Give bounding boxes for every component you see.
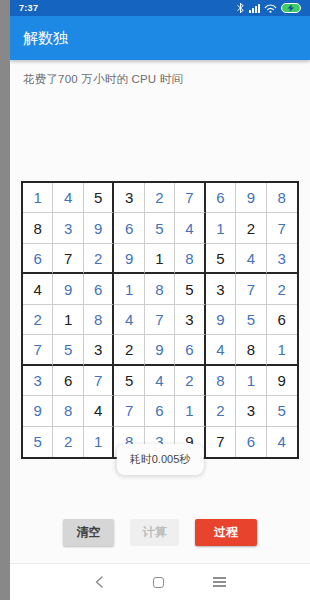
sudoku-cell-r1c9[interactable]: 8 <box>267 183 297 213</box>
sudoku-cell-r7c3[interactable]: 7 <box>84 366 114 396</box>
sudoku-cell-r1c1[interactable]: 1 <box>23 183 53 213</box>
sudoku-cell-r4c5[interactable]: 8 <box>145 274 175 304</box>
sudoku-cell-r3c9[interactable]: 3 <box>267 244 297 274</box>
sudoku-cell-r8c9[interactable]: 5 <box>267 396 297 426</box>
sudoku-cell-r8c6[interactable]: 1 <box>175 396 205 426</box>
sudoku-cell-r1c6[interactable]: 7 <box>175 183 205 213</box>
sudoku-cell-r5c4[interactable]: 4 <box>114 305 144 335</box>
sudoku-cell-r7c2[interactable]: 6 <box>53 366 83 396</box>
sudoku-cell-r1c7[interactable]: 6 <box>206 183 236 213</box>
sudoku-cell-r1c8[interactable]: 9 <box>236 183 266 213</box>
status-icons <box>236 2 301 14</box>
toast-text: 耗时0.005秒 <box>130 453 191 465</box>
sudoku-cell-r5c9[interactable]: 6 <box>267 305 297 335</box>
calculate-button[interactable]: 计算 <box>130 519 179 546</box>
sudoku-cell-r3c2[interactable]: 7 <box>53 244 83 274</box>
sudoku-cell-r7c7[interactable]: 8 <box>206 366 236 396</box>
sudoku-cell-r9c8[interactable]: 6 <box>236 427 266 457</box>
sudoku-cell-r9c2[interactable]: 2 <box>53 427 83 457</box>
page-title: 解数独 <box>23 29 68 48</box>
sudoku-cell-r6c3[interactable]: 3 <box>84 335 114 365</box>
sudoku-cell-r5c7[interactable]: 9 <box>206 305 236 335</box>
bluetooth-icon <box>236 2 245 14</box>
sudoku-cell-r8c5[interactable]: 6 <box>145 396 175 426</box>
cpu-time-text: 花费了700 万小时的 CPU 时间 <box>23 72 183 87</box>
sudoku-cell-r4c3[interactable]: 6 <box>84 274 114 304</box>
sudoku-cell-r6c4[interactable]: 2 <box>114 335 144 365</box>
sudoku-cell-r1c2[interactable]: 4 <box>53 183 83 213</box>
sudoku-cell-r3c6[interactable]: 8 <box>175 244 205 274</box>
sudoku-cell-r1c5[interactable]: 2 <box>145 183 175 213</box>
sudoku-cell-r5c8[interactable]: 5 <box>236 305 266 335</box>
sudoku-cell-r9c1[interactable]: 5 <box>23 427 53 457</box>
wifi-icon <box>264 3 277 13</box>
sudoku-cell-r2c3[interactable]: 9 <box>84 213 114 243</box>
navigation-bar <box>10 563 310 600</box>
sudoku-cell-r2c4[interactable]: 6 <box>114 213 144 243</box>
sudoku-cell-r3c4[interactable]: 9 <box>114 244 144 274</box>
sudoku-cell-r5c3[interactable]: 8 <box>84 305 114 335</box>
sudoku-cell-r3c5[interactable]: 1 <box>145 244 175 274</box>
sudoku-cell-r2c7[interactable]: 1 <box>206 213 236 243</box>
back-icon[interactable] <box>94 575 104 589</box>
sudoku-cell-r4c9[interactable]: 2 <box>267 274 297 304</box>
sudoku-cell-r3c3[interactable]: 2 <box>84 244 114 274</box>
sudoku-cell-r6c2[interactable]: 5 <box>53 335 83 365</box>
sudoku-cell-r4c4[interactable]: 1 <box>114 274 144 304</box>
sudoku-cell-r7c1[interactable]: 3 <box>23 366 53 396</box>
home-icon[interactable] <box>153 577 164 588</box>
sudoku-cell-r4c2[interactable]: 9 <box>53 274 83 304</box>
sudoku-cell-r6c8[interactable]: 8 <box>236 335 266 365</box>
sudoku-cell-r3c1[interactable]: 6 <box>23 244 53 274</box>
sudoku-cell-r3c7[interactable]: 5 <box>206 244 236 274</box>
sudoku-cell-r8c1[interactable]: 9 <box>23 396 53 426</box>
sudoku-cell-r4c6[interactable]: 5 <box>175 274 205 304</box>
sudoku-cell-r4c7[interactable]: 3 <box>206 274 236 304</box>
sudoku-cell-r8c7[interactable]: 2 <box>206 396 236 426</box>
phone-screen: 7:37 解数独 花费了700 万小时的 CPU 时间 145327698839… <box>10 0 310 600</box>
sudoku-cell-r6c5[interactable]: 9 <box>145 335 175 365</box>
sudoku-cell-r2c2[interactable]: 3 <box>53 213 83 243</box>
battery-charging-icon <box>281 3 301 13</box>
sudoku-cell-r4c1[interactable]: 4 <box>23 274 53 304</box>
sudoku-grid: 1453276988396541276729185434961853722184… <box>21 181 299 459</box>
process-button[interactable]: 过程 <box>195 519 257 546</box>
sudoku-cell-r4c8[interactable]: 7 <box>236 274 266 304</box>
sudoku-cell-r7c8[interactable]: 1 <box>236 366 266 396</box>
status-bar: 7:37 <box>10 0 310 16</box>
sudoku-cell-r8c2[interactable]: 8 <box>53 396 83 426</box>
clock: 7:37 <box>19 3 38 13</box>
sudoku-cell-r6c1[interactable]: 7 <box>23 335 53 365</box>
sudoku-cell-r5c6[interactable]: 3 <box>175 305 205 335</box>
sudoku-cell-r8c8[interactable]: 3 <box>236 396 266 426</box>
sudoku-cell-r8c4[interactable]: 7 <box>114 396 144 426</box>
sudoku-cell-r1c3[interactable]: 5 <box>84 183 114 213</box>
action-buttons: 清空 计算 过程 <box>10 519 310 546</box>
sudoku-cell-r2c5[interactable]: 5 <box>145 213 175 243</box>
sudoku-cell-r9c9[interactable]: 4 <box>267 427 297 457</box>
sudoku-cell-r9c3[interactable]: 1 <box>84 427 114 457</box>
sudoku-cell-r1c4[interactable]: 3 <box>114 183 144 213</box>
clear-button[interactable]: 清空 <box>63 519 114 546</box>
toast: 耗时0.005秒 <box>117 444 204 475</box>
sudoku-cell-r3c8[interactable]: 4 <box>236 244 266 274</box>
sudoku-cell-r6c9[interactable]: 1 <box>267 335 297 365</box>
sudoku-cell-r9c7[interactable]: 7 <box>206 427 236 457</box>
sudoku-cell-r7c5[interactable]: 4 <box>145 366 175 396</box>
signal-icon <box>249 4 260 13</box>
sudoku-cell-r2c6[interactable]: 4 <box>175 213 205 243</box>
sudoku-cell-r5c2[interactable]: 1 <box>53 305 83 335</box>
sudoku-cell-r2c8[interactable]: 2 <box>236 213 266 243</box>
sudoku-cell-r5c5[interactable]: 7 <box>145 305 175 335</box>
sudoku-cell-r7c6[interactable]: 2 <box>175 366 205 396</box>
sudoku-cell-r2c9[interactable]: 7 <box>267 213 297 243</box>
sudoku-cell-r8c3[interactable]: 4 <box>84 396 114 426</box>
sudoku-cell-r2c1[interactable]: 8 <box>23 213 53 243</box>
sudoku-cell-r5c1[interactable]: 2 <box>23 305 53 335</box>
sudoku-cell-r7c9[interactable]: 9 <box>267 366 297 396</box>
recents-menu-icon[interactable] <box>213 577 226 587</box>
app-bar: 解数独 <box>10 16 310 60</box>
sudoku-cell-r6c7[interactable]: 4 <box>206 335 236 365</box>
sudoku-cell-r7c4[interactable]: 5 <box>114 366 144 396</box>
sudoku-cell-r6c6[interactable]: 6 <box>175 335 205 365</box>
